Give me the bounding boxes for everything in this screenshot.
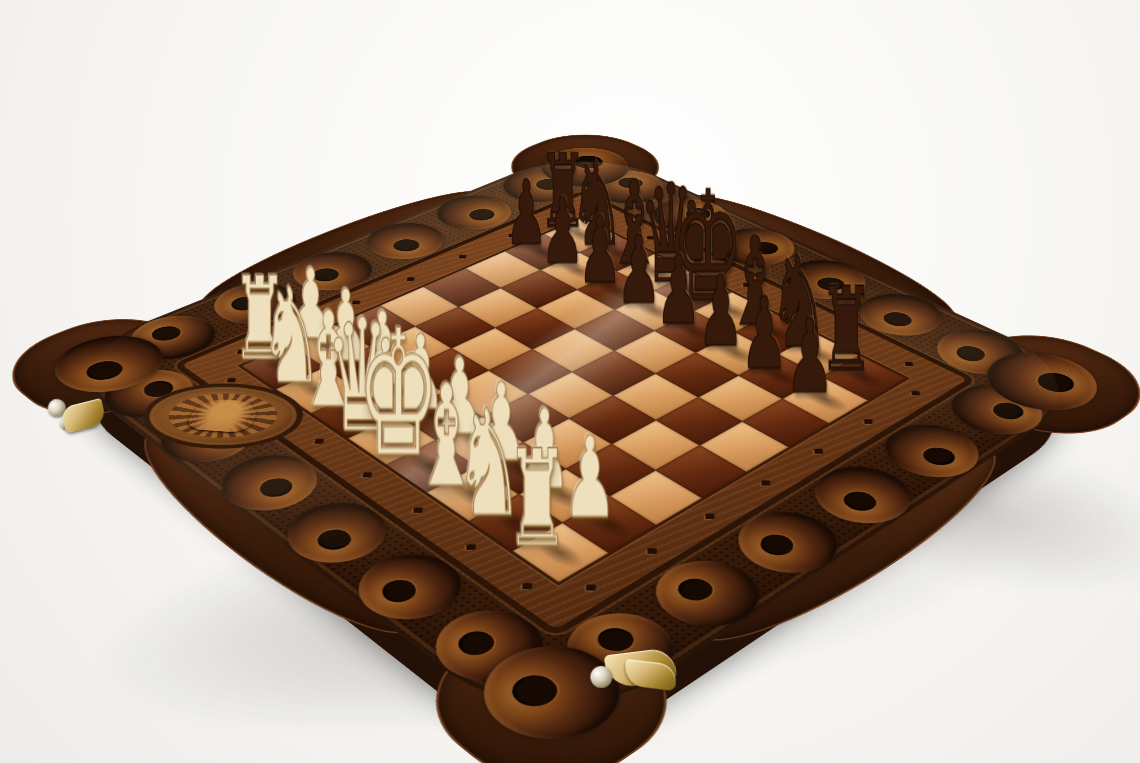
carved-tick [556,214,562,217]
photo-scene: ♜♞♝♛♚♝♞♜♟♟♟♟♟♟♟♟♟♟♟♟♟♟♟♟♜♞♝♛♚♝♞♜ [0,0,1140,763]
carved-tick [508,234,515,237]
white-rook-icon: ♜ [462,432,611,565]
carved-tick [693,259,699,262]
carved-tick [602,214,608,217]
clasp-scroll [60,398,107,433]
carved-tick [459,255,466,258]
black-pawn-icon: ♟ [744,307,876,409]
carved-tick [647,236,653,239]
